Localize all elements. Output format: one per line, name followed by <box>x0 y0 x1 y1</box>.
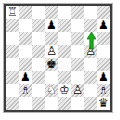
white-knight-d2[interactable]: ♞♘ <box>45 84 58 97</box>
black-pawn-d7[interactable]: ♟ <box>45 19 58 32</box>
square-e4[interactable] <box>58 58 71 71</box>
square-d1[interactable] <box>45 97 58 110</box>
square-c2[interactable] <box>32 84 45 97</box>
square-f2[interactable]: ♟♙ <box>71 84 84 97</box>
square-e6[interactable] <box>58 32 71 45</box>
white-rook-a8[interactable]: ♜♖ <box>6 6 19 19</box>
square-g2[interactable] <box>84 84 97 97</box>
square-b2[interactable]: ♝♗ <box>19 84 32 97</box>
square-f7[interactable] <box>71 19 84 32</box>
square-a6[interactable] <box>6 32 19 45</box>
square-c1[interactable] <box>32 97 45 110</box>
square-h5[interactable] <box>97 45 110 58</box>
square-f1[interactable] <box>71 97 84 110</box>
square-c6[interactable] <box>32 32 45 45</box>
black-pawn-h7[interactable]: ♟ <box>97 19 110 32</box>
square-c7[interactable] <box>32 19 45 32</box>
square-f6[interactable] <box>71 32 84 45</box>
pawn-glyph: ♙ <box>84 45 97 58</box>
square-c8[interactable] <box>32 6 45 19</box>
square-g4[interactable] <box>84 58 97 71</box>
square-e2[interactable]: ♚♔ <box>58 84 71 97</box>
square-e7[interactable] <box>58 19 71 32</box>
pawn-glyph: ♙ <box>71 84 84 97</box>
square-b6[interactable] <box>19 32 32 45</box>
black-king-d4[interactable]: ♚ <box>45 58 58 71</box>
knight-glyph: ♘ <box>45 84 58 97</box>
square-g1[interactable] <box>84 97 97 110</box>
square-e8[interactable] <box>58 6 71 19</box>
square-f4[interactable] <box>71 58 84 71</box>
square-a5[interactable] <box>6 45 19 58</box>
square-b1[interactable] <box>19 97 32 110</box>
white-pawn-f2[interactable]: ♟♙ <box>71 84 84 97</box>
white-bishop-b2[interactable]: ♝♗ <box>19 84 32 97</box>
white-pawn-g5[interactable]: ♟♙ <box>84 45 97 58</box>
bishop-glyph: ♗ <box>19 84 32 97</box>
square-h7[interactable]: ♟ <box>97 19 110 32</box>
square-a3[interactable] <box>6 71 19 84</box>
square-g5[interactable]: ♟♙ <box>84 45 97 58</box>
square-g3[interactable] <box>84 71 97 84</box>
square-g7[interactable] <box>84 19 97 32</box>
black-queen-h1[interactable]: ♛ <box>97 97 110 110</box>
chess-board: ♜♖♟♟♟♙♟♙♚♟♟♝♗♞♘♚♔♟♙♝♗♛ <box>4 4 112 112</box>
square-a4[interactable] <box>6 58 19 71</box>
square-b7[interactable] <box>19 19 32 32</box>
square-a1[interactable] <box>6 97 19 110</box>
square-c5[interactable] <box>32 45 45 58</box>
square-f8[interactable] <box>71 6 84 19</box>
square-d4[interactable]: ♚ <box>45 58 58 71</box>
square-d7[interactable]: ♟ <box>45 19 58 32</box>
square-a8[interactable]: ♜♖ <box>6 6 19 19</box>
square-c3[interactable] <box>32 71 45 84</box>
square-a7[interactable] <box>6 19 19 32</box>
square-b8[interactable] <box>19 6 32 19</box>
square-a2[interactable] <box>6 84 19 97</box>
rook-glyph: ♖ <box>6 6 19 19</box>
square-d2[interactable]: ♞♘ <box>45 84 58 97</box>
square-e5[interactable] <box>58 45 71 58</box>
square-b5[interactable] <box>19 45 32 58</box>
square-h6[interactable] <box>97 32 110 45</box>
square-e1[interactable] <box>58 97 71 110</box>
white-king-e2[interactable]: ♚♔ <box>58 84 71 97</box>
square-h1[interactable]: ♛ <box>97 97 110 110</box>
square-f5[interactable] <box>71 45 84 58</box>
king-glyph: ♔ <box>58 84 71 97</box>
square-c4[interactable] <box>32 58 45 71</box>
square-g8[interactable] <box>84 6 97 19</box>
